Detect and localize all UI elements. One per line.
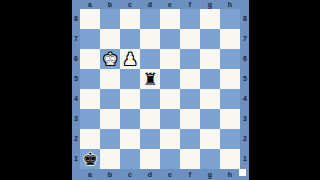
square-e6[interactable] [160, 49, 180, 69]
file-labels-top: abcdefgh [80, 0, 240, 9]
square-a7[interactable] [80, 29, 100, 49]
square-g5[interactable] [200, 69, 220, 89]
file-label-h: h [220, 0, 240, 9]
file-label-g: g [200, 169, 220, 180]
rank-label-2: 2 [72, 129, 80, 149]
square-e4[interactable] [160, 89, 180, 109]
square-c3[interactable] [120, 109, 140, 129]
square-d1[interactable] [140, 149, 160, 169]
file-label-g: g [200, 0, 220, 9]
square-e1[interactable] [160, 149, 180, 169]
square-a5[interactable] [80, 69, 100, 89]
square-b7[interactable] [100, 29, 120, 49]
square-a1[interactable]: ♚ [80, 149, 100, 169]
square-h1[interactable] [220, 149, 240, 169]
square-c8[interactable] [120, 9, 140, 29]
square-h3[interactable] [220, 109, 240, 129]
square-f7[interactable] [180, 29, 200, 49]
square-f1[interactable] [180, 149, 200, 169]
white-to-move-indicator [239, 169, 246, 176]
square-c2[interactable] [120, 129, 140, 149]
file-label-d: d [140, 169, 160, 180]
square-f4[interactable] [180, 89, 200, 109]
rank-label-8: 8 [241, 9, 249, 29]
rank-label-7: 7 [72, 29, 80, 49]
square-d4[interactable] [140, 89, 160, 109]
square-f2[interactable] [180, 129, 200, 149]
square-e8[interactable] [160, 9, 180, 29]
square-a2[interactable] [80, 129, 100, 149]
file-label-e: e [160, 0, 180, 9]
rank-label-1: 1 [72, 149, 80, 169]
file-label-f: f [180, 169, 200, 180]
square-d6[interactable] [140, 49, 160, 69]
square-h7[interactable] [220, 29, 240, 49]
square-h2[interactable] [220, 129, 240, 149]
black-rook-piece[interactable]: ♜ [142, 69, 157, 89]
square-e2[interactable] [160, 129, 180, 149]
square-b5[interactable] [100, 69, 120, 89]
white-king-piece[interactable]: ♚ [102, 49, 117, 69]
square-a8[interactable] [80, 9, 100, 29]
square-e7[interactable] [160, 29, 180, 49]
rank-label-5: 5 [72, 69, 80, 89]
rank-label-3: 3 [241, 109, 249, 129]
square-b8[interactable] [100, 9, 120, 29]
square-b1[interactable] [100, 149, 120, 169]
rank-label-4: 4 [72, 89, 80, 109]
rank-label-4: 4 [241, 89, 249, 109]
square-d3[interactable] [140, 109, 160, 129]
rank-label-3: 3 [72, 109, 80, 129]
white-pawn-piece[interactable]: ♟ [122, 49, 137, 69]
screenshot-canvas: abcdefgh 87654321 ♚♟♜♚ 87654321 abcdefgh [0, 0, 320, 180]
square-c1[interactable] [120, 149, 140, 169]
square-b4[interactable] [100, 89, 120, 109]
square-g6[interactable] [200, 49, 220, 69]
square-g1[interactable] [200, 149, 220, 169]
square-g7[interactable] [200, 29, 220, 49]
square-g4[interactable] [200, 89, 220, 109]
square-e5[interactable] [160, 69, 180, 89]
file-label-c: c [120, 0, 140, 9]
square-c5[interactable] [120, 69, 140, 89]
square-d8[interactable] [140, 9, 160, 29]
square-c7[interactable] [120, 29, 140, 49]
square-g2[interactable] [200, 129, 220, 149]
square-h5[interactable] [220, 69, 240, 89]
square-f6[interactable] [180, 49, 200, 69]
file-labels-bottom: abcdefgh [80, 169, 240, 180]
rank-label-6: 6 [72, 49, 80, 69]
file-label-a: a [80, 0, 100, 9]
rank-labels-right: 87654321 [241, 9, 249, 169]
rank-labels-left: 87654321 [72, 9, 80, 169]
square-g3[interactable] [200, 109, 220, 129]
rank-label-7: 7 [241, 29, 249, 49]
file-label-b: b [100, 169, 120, 180]
file-label-f: f [180, 0, 200, 9]
square-h4[interactable] [220, 89, 240, 109]
square-a3[interactable] [80, 109, 100, 129]
file-label-b: b [100, 0, 120, 9]
square-d2[interactable] [140, 129, 160, 149]
square-g8[interactable] [200, 9, 220, 29]
square-b3[interactable] [100, 109, 120, 129]
file-label-a: a [80, 169, 100, 180]
square-b6[interactable]: ♚ [100, 49, 120, 69]
file-label-e: e [160, 169, 180, 180]
square-f8[interactable] [180, 9, 200, 29]
square-d7[interactable] [140, 29, 160, 49]
square-a4[interactable] [80, 89, 100, 109]
square-c6[interactable]: ♟ [120, 49, 140, 69]
square-h8[interactable] [220, 9, 240, 29]
file-label-h: h [220, 169, 240, 180]
square-h6[interactable] [220, 49, 240, 69]
rank-label-8: 8 [72, 9, 80, 29]
black-king-piece[interactable]: ♚ [82, 149, 97, 169]
file-label-c: c [120, 169, 140, 180]
square-c4[interactable] [120, 89, 140, 109]
rank-label-5: 5 [241, 69, 249, 89]
square-b2[interactable] [100, 129, 120, 149]
board-grid: ♚♟♜♚ [80, 9, 240, 169]
square-a6[interactable] [80, 49, 100, 69]
file-label-d: d [140, 0, 160, 9]
square-d5[interactable]: ♜ [140, 69, 160, 89]
rank-label-6: 6 [241, 49, 249, 69]
rank-label-2: 2 [241, 129, 249, 149]
rank-label-1: 1 [241, 149, 249, 169]
square-f3[interactable] [180, 109, 200, 129]
square-e3[interactable] [160, 109, 180, 129]
square-f5[interactable] [180, 69, 200, 89]
chess-board: abcdefgh 87654321 ♚♟♜♚ 87654321 abcdefgh [72, 0, 249, 180]
